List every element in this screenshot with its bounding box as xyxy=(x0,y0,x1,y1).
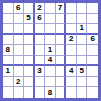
cell-r9c6[interactable] xyxy=(56,87,67,98)
cell-r6c9[interactable] xyxy=(87,56,98,67)
cell-r2c5[interactable] xyxy=(45,14,56,25)
cell-r7c7: 4 xyxy=(66,66,77,77)
cell-r8c8[interactable] xyxy=(77,77,88,88)
cell-r7c6[interactable] xyxy=(56,66,67,77)
cell-r7c9[interactable] xyxy=(87,66,98,77)
cell-r4c8[interactable] xyxy=(77,35,88,46)
cell-r5c9[interactable] xyxy=(87,45,98,56)
cell-r2c2[interactable] xyxy=(14,14,25,25)
cell-r3c2[interactable] xyxy=(14,24,25,35)
cell-r1c5[interactable] xyxy=(45,3,56,14)
cell-r1c8[interactable] xyxy=(77,3,88,14)
cell-r8c3[interactable] xyxy=(24,77,35,88)
sudoku-board: 62756126814134528 xyxy=(0,0,101,101)
cell-r6c1[interactable] xyxy=(3,56,14,67)
cell-r8c4[interactable] xyxy=(35,77,46,88)
cell-r5c4[interactable] xyxy=(35,45,46,56)
cell-r8c6[interactable] xyxy=(56,77,67,88)
cell-r7c2[interactable] xyxy=(14,66,25,77)
cell-r5c3[interactable] xyxy=(24,45,35,56)
cell-r8c9[interactable] xyxy=(87,77,98,88)
cell-r3c3[interactable] xyxy=(24,24,35,35)
cell-r9c1[interactable] xyxy=(3,87,14,98)
cell-r7c3[interactable] xyxy=(24,66,35,77)
cell-r4c4[interactable] xyxy=(35,35,46,46)
cell-r8c7[interactable] xyxy=(66,77,77,88)
cell-r7c8: 5 xyxy=(77,66,88,77)
cell-r9c8[interactable] xyxy=(77,87,88,98)
cell-r9c5: 8 xyxy=(45,87,56,98)
cell-r4c2[interactable] xyxy=(14,35,25,46)
cell-r9c3[interactable] xyxy=(24,87,35,98)
cell-r2c1[interactable] xyxy=(3,14,14,25)
cell-r7c1: 1 xyxy=(3,66,14,77)
cell-r5c6[interactable] xyxy=(56,45,67,56)
cell-r8c1[interactable] xyxy=(3,77,14,88)
cell-r7c5[interactable] xyxy=(45,66,56,77)
cell-r9c2[interactable] xyxy=(14,87,25,98)
cell-r5c7[interactable] xyxy=(66,45,77,56)
cell-r5c8[interactable] xyxy=(77,45,88,56)
cell-r1c3[interactable] xyxy=(24,3,35,14)
cell-r1c2: 6 xyxy=(14,3,25,14)
cell-r3c7[interactable] xyxy=(66,24,77,35)
cell-r4c1[interactable] xyxy=(3,35,14,46)
cell-r3c8: 1 xyxy=(77,24,88,35)
cell-r3c4[interactable] xyxy=(35,24,46,35)
cell-r1c6: 7 xyxy=(56,3,67,14)
cell-r6c3[interactable] xyxy=(24,56,35,67)
cell-r7c4: 3 xyxy=(35,66,46,77)
cell-r6c7[interactable] xyxy=(66,56,77,67)
cell-r4c7: 2 xyxy=(66,35,77,46)
cell-r3c1[interactable] xyxy=(3,24,14,35)
cell-r4c9: 6 xyxy=(87,35,98,46)
cell-r1c1[interactable] xyxy=(3,3,14,14)
cell-r2c9[interactable] xyxy=(87,14,98,25)
cell-r9c7[interactable] xyxy=(66,87,77,98)
cell-r1c4: 2 xyxy=(35,3,46,14)
cell-r6c8[interactable] xyxy=(77,56,88,67)
cell-r6c5: 4 xyxy=(45,56,56,67)
cell-r6c6[interactable] xyxy=(56,56,67,67)
cell-r2c6[interactable] xyxy=(56,14,67,25)
cell-r3c9[interactable] xyxy=(87,24,98,35)
cell-r6c4[interactable] xyxy=(35,56,46,67)
cell-r5c2[interactable] xyxy=(14,45,25,56)
cell-r9c9[interactable] xyxy=(87,87,98,98)
cell-r5c1: 8 xyxy=(3,45,14,56)
cell-r6c2[interactable] xyxy=(14,56,25,67)
cell-r4c5[interactable] xyxy=(45,35,56,46)
cell-r1c7[interactable] xyxy=(66,3,77,14)
cell-r8c5[interactable] xyxy=(45,77,56,88)
cell-r2c7[interactable] xyxy=(66,14,77,25)
cell-r8c2: 2 xyxy=(14,77,25,88)
cell-r2c3: 5 xyxy=(24,14,35,25)
cell-r4c6[interactable] xyxy=(56,35,67,46)
cell-r9c4[interactable] xyxy=(35,87,46,98)
cell-r3c6[interactable] xyxy=(56,24,67,35)
cell-r3c5[interactable] xyxy=(45,24,56,35)
cell-r2c4: 6 xyxy=(35,14,46,25)
cell-r1c9[interactable] xyxy=(87,3,98,14)
cell-r4c3[interactable] xyxy=(24,35,35,46)
